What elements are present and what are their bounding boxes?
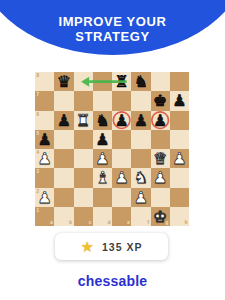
square-g8[interactable] (151, 72, 170, 91)
square-a5[interactable]: 5♟ (35, 130, 54, 149)
square-g4[interactable]: ♛ (151, 149, 170, 168)
piece-black-pawn[interactable]: ♟ (54, 111, 73, 130)
coord-file-a: a (50, 220, 53, 225)
coord-rank-6: 6 (37, 112, 40, 117)
piece-white-pawn[interactable]: ♟ (93, 149, 112, 168)
square-e5[interactable] (112, 130, 131, 149)
xp-badge: ★ 135 XP (55, 233, 168, 260)
square-h7[interactable]: ♟ (170, 91, 189, 110)
piece-white-pawn[interactable]: ♟ (35, 149, 54, 168)
coord-rank-8: 8 (37, 73, 40, 78)
piece-white-pawn[interactable]: ♟ (170, 149, 189, 168)
square-c4[interactable] (74, 149, 93, 168)
piece-black-knight[interactable]: ♞ (131, 72, 150, 91)
square-d7[interactable] (93, 91, 112, 110)
square-g1[interactable]: g♚ (151, 207, 170, 226)
square-e4[interactable] (112, 149, 131, 168)
piece-black-pawn[interactable]: ♟ (93, 130, 112, 149)
square-c6[interactable]: ♜ (74, 111, 93, 130)
square-g7[interactable]: ♚ (151, 91, 170, 110)
square-h2[interactable] (170, 188, 189, 207)
coord-rank-1: 1 (37, 208, 40, 213)
square-e3[interactable]: ♟ (112, 168, 131, 187)
piece-white-rook[interactable]: ♜ (74, 111, 93, 130)
piece-black-pawn[interactable]: ♟ (151, 111, 170, 130)
square-g6[interactable]: ♟ (151, 111, 170, 130)
piece-white-pawn[interactable]: ♟ (131, 188, 150, 207)
coord-file-f: f (148, 220, 150, 225)
square-e1[interactable]: e (112, 207, 131, 226)
piece-white-pawn[interactable]: ♟ (112, 168, 131, 187)
piece-white-pawn[interactable]: ♟ (151, 168, 170, 187)
piece-white-king[interactable]: ♚ (151, 207, 170, 226)
square-e8[interactable]: ♜ (112, 72, 131, 91)
coord-file-d: d (108, 220, 111, 225)
square-e7[interactable] (112, 91, 131, 110)
square-e2[interactable] (112, 188, 131, 207)
coord-file-h: h (185, 220, 188, 225)
square-h4[interactable]: ♟ (170, 149, 189, 168)
square-a7[interactable]: 7 (35, 91, 54, 110)
square-b7[interactable] (54, 91, 73, 110)
square-a8[interactable]: 8 (35, 72, 54, 91)
square-b4[interactable] (54, 149, 73, 168)
square-d6[interactable]: ♞ (93, 111, 112, 130)
square-d2[interactable] (93, 188, 112, 207)
piece-white-queen[interactable]: ♛ (151, 149, 170, 168)
piece-white-bishop[interactable]: ♝ (93, 168, 112, 187)
promo-title: IMPROVE YOUR STRATEGY (0, 14, 225, 44)
square-g5[interactable] (151, 130, 170, 149)
coord-rank-3: 3 (37, 169, 40, 174)
square-a4[interactable]: 4♟ (35, 149, 54, 168)
chess-board[interactable]: 8♛♜♞7♚♟6♟♜♞♟♟♟5♟♟4♟♟♛♟3♝♟♞♟2♟♟1abcdefg♚h (35, 72, 189, 226)
square-c5[interactable] (74, 130, 93, 149)
promo-title-line2: STRATEGY (0, 29, 225, 44)
piece-white-pawn[interactable]: ♟ (35, 188, 54, 207)
square-c7[interactable] (74, 91, 93, 110)
piece-black-pawn[interactable]: ♟ (131, 111, 150, 130)
square-f7[interactable] (131, 91, 150, 110)
square-b6[interactable]: ♟ (54, 111, 73, 130)
square-h5[interactable] (170, 130, 189, 149)
square-h3[interactable] (170, 168, 189, 187)
square-f5[interactable] (131, 130, 150, 149)
square-f1[interactable]: f (131, 207, 150, 226)
square-g3[interactable]: ♟ (151, 168, 170, 187)
piece-black-queen[interactable]: ♛ (54, 72, 73, 91)
square-c3[interactable] (74, 168, 93, 187)
square-b8[interactable]: ♛ (54, 72, 73, 91)
square-a6[interactable]: 6 (35, 111, 54, 130)
square-h8[interactable] (170, 72, 189, 91)
square-b1[interactable]: b (54, 207, 73, 226)
square-c1[interactable]: c (74, 207, 93, 226)
square-f4[interactable] (131, 149, 150, 168)
square-f6[interactable]: ♟ (131, 111, 150, 130)
brand-logo: chessable (0, 273, 225, 289)
piece-black-pawn[interactable]: ♟ (170, 91, 189, 110)
square-d5[interactable]: ♟ (93, 130, 112, 149)
square-f3[interactable]: ♞ (131, 168, 150, 187)
square-e6[interactable]: ♟ (112, 111, 131, 130)
square-a2[interactable]: 2♟ (35, 188, 54, 207)
coord-file-b: b (69, 220, 72, 225)
coord-file-e: e (127, 220, 130, 225)
promo-title-line1: IMPROVE YOUR (0, 14, 225, 29)
square-a3[interactable]: 3 (35, 168, 54, 187)
square-d1[interactable]: d (93, 207, 112, 226)
piece-black-king[interactable]: ♚ (151, 91, 170, 110)
piece-black-knight[interactable]: ♞ (93, 111, 112, 130)
square-b5[interactable] (54, 130, 73, 149)
square-a1[interactable]: 1a (35, 207, 54, 226)
star-icon: ★ (81, 239, 94, 254)
square-b3[interactable] (54, 168, 73, 187)
square-b2[interactable] (54, 188, 73, 207)
square-c8[interactable] (74, 72, 93, 91)
xp-label: 135 XP (102, 241, 142, 253)
square-f8[interactable]: ♞ (131, 72, 150, 91)
piece-black-pawn[interactable]: ♟ (112, 111, 131, 130)
square-d3[interactable]: ♝ (93, 168, 112, 187)
square-h1[interactable]: h (170, 207, 189, 226)
piece-black-rook[interactable]: ♜ (112, 72, 131, 91)
square-c2[interactable] (74, 188, 93, 207)
square-h6[interactable] (170, 111, 189, 130)
square-g2[interactable] (151, 188, 170, 207)
piece-white-knight[interactable]: ♞ (131, 168, 150, 187)
square-d4[interactable]: ♟ (93, 149, 112, 168)
square-f2[interactable]: ♟ (131, 188, 150, 207)
coord-file-c: c (89, 220, 92, 225)
square-d8[interactable] (93, 72, 112, 91)
coord-rank-7: 7 (37, 92, 40, 97)
piece-black-pawn[interactable]: ♟ (35, 130, 54, 149)
